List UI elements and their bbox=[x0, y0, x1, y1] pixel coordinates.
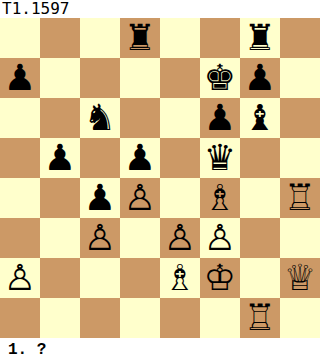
square-e3[interactable]: ♙ bbox=[160, 218, 200, 258]
square-d7[interactable] bbox=[120, 58, 160, 98]
black-pawn[interactable]: ♟ bbox=[124, 138, 156, 178]
square-e5[interactable] bbox=[160, 138, 200, 178]
square-g4[interactable] bbox=[240, 178, 280, 218]
square-e6[interactable] bbox=[160, 98, 200, 138]
black-pawn[interactable]: ♟ bbox=[204, 98, 236, 138]
white-pawn[interactable]: ♙ bbox=[204, 218, 236, 258]
square-a2[interactable]: ♙ bbox=[0, 258, 40, 298]
square-c1[interactable] bbox=[80, 298, 120, 338]
black-bishop[interactable]: ♝ bbox=[244, 98, 276, 138]
square-e8[interactable] bbox=[160, 18, 200, 58]
square-h8[interactable] bbox=[280, 18, 320, 58]
square-h7[interactable] bbox=[280, 58, 320, 98]
square-f2[interactable]: ♔ bbox=[200, 258, 240, 298]
square-c7[interactable] bbox=[80, 58, 120, 98]
square-g5[interactable] bbox=[240, 138, 280, 178]
black-pawn[interactable]: ♟ bbox=[84, 178, 116, 218]
square-e7[interactable] bbox=[160, 58, 200, 98]
square-a1[interactable] bbox=[0, 298, 40, 338]
chess-puzzle-page: T1.1597 ♜♜♟♚♟♞♟♝♟♟♛♟♙♗♖♙♙♙♙♗♔♕♖ 1. ? bbox=[0, 0, 320, 360]
square-h4[interactable]: ♖ bbox=[280, 178, 320, 218]
square-f8[interactable] bbox=[200, 18, 240, 58]
square-b1[interactable] bbox=[40, 298, 80, 338]
black-queen[interactable]: ♛ bbox=[204, 138, 236, 178]
square-h5[interactable] bbox=[280, 138, 320, 178]
square-b5[interactable]: ♟ bbox=[40, 138, 80, 178]
chess-board: ♜♜♟♚♟♞♟♝♟♟♛♟♙♗♖♙♙♙♙♗♔♕♖ bbox=[0, 18, 320, 338]
square-c4[interactable]: ♟ bbox=[80, 178, 120, 218]
square-h2[interactable]: ♕ bbox=[280, 258, 320, 298]
square-e2[interactable]: ♗ bbox=[160, 258, 200, 298]
white-bishop[interactable]: ♗ bbox=[204, 178, 236, 218]
square-a8[interactable] bbox=[0, 18, 40, 58]
white-rook[interactable]: ♖ bbox=[244, 298, 276, 338]
white-pawn[interactable]: ♙ bbox=[164, 218, 196, 258]
square-a6[interactable] bbox=[0, 98, 40, 138]
square-b6[interactable] bbox=[40, 98, 80, 138]
square-a4[interactable] bbox=[0, 178, 40, 218]
white-pawn[interactable]: ♙ bbox=[4, 258, 36, 298]
square-h1[interactable] bbox=[280, 298, 320, 338]
square-d6[interactable] bbox=[120, 98, 160, 138]
black-rook[interactable]: ♜ bbox=[244, 18, 276, 58]
black-pawn[interactable]: ♟ bbox=[44, 138, 76, 178]
white-queen[interactable]: ♕ bbox=[284, 258, 316, 298]
square-c2[interactable] bbox=[80, 258, 120, 298]
square-b8[interactable] bbox=[40, 18, 80, 58]
white-pawn[interactable]: ♙ bbox=[124, 178, 156, 218]
black-king[interactable]: ♚ bbox=[204, 58, 236, 98]
white-rook[interactable]: ♖ bbox=[284, 178, 316, 218]
square-a5[interactable] bbox=[0, 138, 40, 178]
square-c6[interactable]: ♞ bbox=[80, 98, 120, 138]
square-d4[interactable]: ♙ bbox=[120, 178, 160, 218]
square-f1[interactable] bbox=[200, 298, 240, 338]
black-knight[interactable]: ♞ bbox=[84, 98, 116, 138]
square-g2[interactable] bbox=[240, 258, 280, 298]
square-f7[interactable]: ♚ bbox=[200, 58, 240, 98]
square-f4[interactable]: ♗ bbox=[200, 178, 240, 218]
square-d2[interactable] bbox=[120, 258, 160, 298]
square-e4[interactable] bbox=[160, 178, 200, 218]
square-b2[interactable] bbox=[40, 258, 80, 298]
square-h6[interactable] bbox=[280, 98, 320, 138]
square-a3[interactable] bbox=[0, 218, 40, 258]
square-c3[interactable]: ♙ bbox=[80, 218, 120, 258]
square-g8[interactable]: ♜ bbox=[240, 18, 280, 58]
square-g6[interactable]: ♝ bbox=[240, 98, 280, 138]
square-g1[interactable]: ♖ bbox=[240, 298, 280, 338]
black-pawn[interactable]: ♟ bbox=[244, 58, 276, 98]
square-e1[interactable] bbox=[160, 298, 200, 338]
move-prompt: 1. ? bbox=[0, 338, 320, 360]
square-c5[interactable] bbox=[80, 138, 120, 178]
square-g3[interactable] bbox=[240, 218, 280, 258]
square-f5[interactable]: ♛ bbox=[200, 138, 240, 178]
puzzle-title: T1.1597 bbox=[0, 0, 320, 18]
square-g7[interactable]: ♟ bbox=[240, 58, 280, 98]
square-h3[interactable] bbox=[280, 218, 320, 258]
white-bishop[interactable]: ♗ bbox=[164, 258, 196, 298]
square-d3[interactable] bbox=[120, 218, 160, 258]
square-d5[interactable]: ♟ bbox=[120, 138, 160, 178]
square-b3[interactable] bbox=[40, 218, 80, 258]
square-f3[interactable]: ♙ bbox=[200, 218, 240, 258]
square-b7[interactable] bbox=[40, 58, 80, 98]
square-d8[interactable]: ♜ bbox=[120, 18, 160, 58]
black-pawn[interactable]: ♟ bbox=[4, 58, 36, 98]
square-d1[interactable] bbox=[120, 298, 160, 338]
white-pawn[interactable]: ♙ bbox=[84, 218, 116, 258]
black-rook[interactable]: ♜ bbox=[124, 18, 156, 58]
square-f6[interactable]: ♟ bbox=[200, 98, 240, 138]
square-a7[interactable]: ♟ bbox=[0, 58, 40, 98]
white-king[interactable]: ♔ bbox=[204, 258, 236, 298]
square-c8[interactable] bbox=[80, 18, 120, 58]
square-b4[interactable] bbox=[40, 178, 80, 218]
